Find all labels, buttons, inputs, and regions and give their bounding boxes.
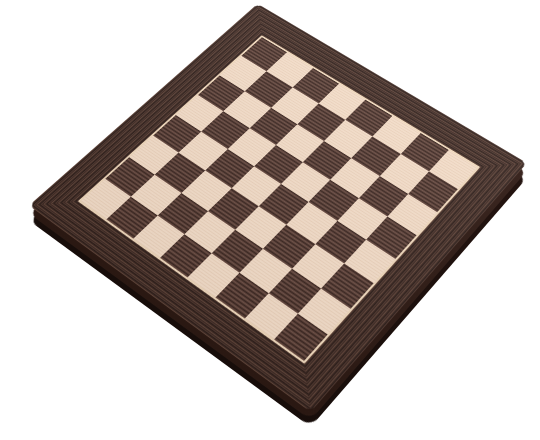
board-squares-grid	[81, 37, 478, 361]
chess-board	[29, 4, 527, 412]
product-photo-scene	[0, 0, 540, 440]
